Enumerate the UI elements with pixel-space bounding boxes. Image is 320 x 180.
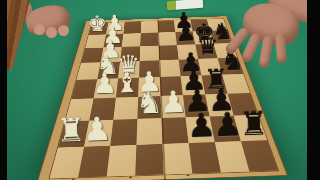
letterbox-bar-left [0,0,7,180]
brass-pin [72,178,75,180]
square-g4 [136,118,162,145]
brass-pin [187,174,190,176]
square-e2: ♟ [94,78,119,98]
square-a8 [207,19,228,31]
square-a5 [158,20,176,32]
square-e5 [160,76,183,96]
square-e8 [222,74,250,94]
square-h3 [107,145,137,177]
board-grid: ♚♟♟♟♟♚♞♟♛♞♛♟♞♟♝♟♟♜♞♟♟♟♜♟♟♟♜ [48,18,279,179]
square-b4 [140,33,158,47]
square-g5 [162,117,189,144]
square-f2 [89,98,116,121]
square-a4 [141,21,158,33]
square-g3 [110,119,137,146]
white-king: ♚ [87,13,107,35]
video-frame: ♚♟♟♟♟♚♞♟♛♞♛♟♞♟♝♟♟♜♞♟♟♟♜♟♟♟♜ [0,0,320,180]
square-g2: ♟ [84,120,113,147]
left-hand-knuckle [58,25,69,36]
square-h7 [215,141,250,172]
square-a3 [123,22,141,34]
square-g7: ♟ [210,116,241,143]
letterbox-bar-right [307,0,320,180]
square-f3 [113,97,138,120]
left-hand-knuckle [46,27,57,38]
square-b3 [122,33,141,47]
square-d4 [139,60,160,77]
left-hand-knuckle [34,24,45,35]
square-f4: ♞ [137,96,161,119]
square-c2: ♟ [101,47,122,62]
square-e3: ♝ [116,78,139,98]
right-hand-finger [275,33,287,64]
square-f8 [228,93,258,116]
square-b2: ♟ [104,34,124,48]
square-b5 [158,32,177,46]
white-pawn: ♟ [104,12,124,34]
brass-pin [129,176,132,178]
square-h4 [135,144,164,176]
square-h8 [241,140,278,171]
square-f1 [65,98,93,121]
square-c5 [159,45,179,60]
square-d2: ♞ [97,62,120,79]
square-f5: ♟ [161,95,186,118]
square-h2 [78,146,110,178]
square-d8: ♞ [218,58,243,75]
square-g6: ♟ [186,117,215,144]
square-e4: ♟ [138,77,160,97]
square-c3 [120,46,140,61]
square-d3: ♛ [118,61,139,78]
square-a2: ♟ [106,22,125,34]
square-h5 [163,143,193,175]
square-c4 [140,46,160,61]
square-d5 [159,60,181,77]
